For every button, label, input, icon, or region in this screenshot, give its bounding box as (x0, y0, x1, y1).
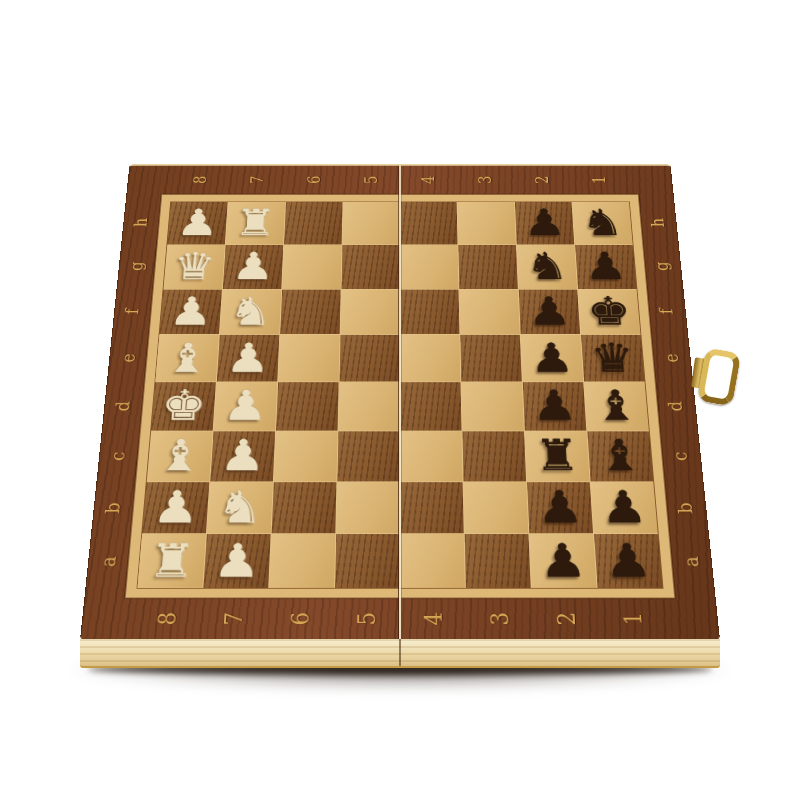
square-d6[interactable] (276, 382, 338, 430)
square-b5[interactable] (336, 482, 400, 534)
square-g1[interactable]: ♟ (575, 245, 636, 289)
fold-seam (398, 166, 402, 639)
coordinate-label-left-g: g (128, 262, 147, 271)
square-f2[interactable]: ♟ (519, 289, 580, 334)
coordinate-label-bottom-7: 7 (221, 612, 246, 626)
coordinate-label-top-8: 8 (192, 176, 210, 184)
square-h4[interactable] (400, 202, 457, 244)
piece-white-knight-b7[interactable]: ♞ (215, 485, 264, 529)
piece-black-pawn-b1[interactable]: ♟ (599, 485, 649, 529)
piece-white-rook-a8[interactable]: ♜ (146, 538, 197, 584)
square-g2[interactable]: ♞ (517, 245, 577, 289)
square-h8[interactable]: ♟ (167, 202, 227, 244)
coordinate-label-right-h: h (649, 218, 668, 227)
square-h1[interactable]: ♞ (572, 202, 632, 244)
square-f4[interactable] (400, 289, 459, 334)
square-g8[interactable]: ♛ (164, 245, 225, 289)
square-e4[interactable] (400, 335, 460, 382)
piece-black-pawn-a1[interactable]: ♟ (603, 538, 654, 584)
square-b6[interactable] (271, 482, 336, 534)
chess-board-perspective-wrap: 87654321 hgfedcba ♟♜♟♞♛♟♞♟♟♞♟♚♝♟♟♛♚♟♟♝♝♟… (80, 164, 720, 640)
square-a7[interactable]: ♟ (203, 534, 270, 588)
coordinate-label-top-6: 6 (306, 176, 323, 184)
square-d7[interactable]: ♟ (214, 382, 277, 430)
square-a8[interactable]: ♜ (138, 534, 206, 588)
piece-black-king-f1[interactable]: ♚ (586, 292, 632, 331)
piece-black-bishop-c1[interactable]: ♝ (596, 435, 645, 478)
coordinate-label-top-2: 2 (534, 176, 551, 184)
square-g5[interactable] (341, 245, 399, 289)
square-b2[interactable]: ♟ (527, 482, 593, 534)
coordinate-label-left-c: c (109, 451, 130, 460)
coordinate-label-right-e: e (662, 353, 682, 362)
piece-white-pawn-d7[interactable]: ♟ (222, 386, 269, 427)
coordinate-label-top-7: 7 (249, 176, 266, 184)
piece-white-pawn-g7[interactable]: ♟ (231, 248, 276, 285)
square-g6[interactable] (282, 245, 341, 289)
square-f5[interactable] (340, 289, 399, 334)
coordinate-label-top-4: 4 (420, 176, 437, 184)
square-h2[interactable]: ♟ (515, 202, 574, 244)
coordinate-label-right-b: b (676, 502, 697, 513)
square-c3[interactable] (463, 431, 527, 481)
square-d8[interactable]: ♚ (151, 382, 216, 430)
square-e2[interactable]: ♟ (521, 335, 583, 382)
square-d4[interactable] (400, 382, 461, 430)
square-b7[interactable]: ♞ (207, 482, 273, 534)
box-side-seam (399, 639, 401, 666)
square-a2[interactable]: ♟ (530, 534, 597, 588)
square-e8[interactable]: ♝ (155, 335, 218, 382)
coordinate-label-bottom-3: 3 (488, 612, 512, 626)
piece-white-pawn-a7[interactable]: ♟ (212, 538, 262, 584)
square-a5[interactable] (335, 534, 400, 588)
square-f3[interactable] (460, 289, 520, 334)
square-d3[interactable] (462, 382, 524, 430)
piece-white-pawn-h8[interactable]: ♟ (175, 205, 220, 241)
square-d2[interactable]: ♟ (523, 382, 586, 430)
box-side-panel (80, 639, 720, 668)
piece-black-bishop-d1[interactable]: ♝ (592, 386, 640, 427)
square-f8[interactable]: ♟ (160, 289, 222, 334)
piece-white-pawn-e7[interactable]: ♟ (225, 338, 271, 378)
square-h5[interactable] (342, 202, 399, 244)
square-h6[interactable] (284, 202, 342, 244)
square-a4[interactable] (400, 534, 465, 588)
coordinate-label-left-d: d (114, 401, 134, 411)
square-d5[interactable] (338, 382, 399, 430)
piece-white-pawn-c7[interactable]: ♟ (219, 435, 267, 478)
square-e3[interactable] (461, 335, 522, 382)
board-frame: 87654321 hgfedcba ♟♜♟♞♛♟♞♟♟♞♟♚♝♟♟♛♚♟♟♝♝♟… (80, 164, 720, 640)
coordinate-label-left-h: h (132, 218, 151, 227)
piece-black-rook-c2[interactable]: ♜ (533, 435, 581, 478)
piece-white-bishop-c8[interactable]: ♝ (155, 435, 204, 478)
coordinate-label-top-5: 5 (363, 176, 380, 184)
square-a3[interactable] (465, 534, 531, 588)
coordinate-label-left-f: f (123, 309, 142, 315)
coordinate-label-bottom-6: 6 (288, 612, 312, 626)
coordinate-label-bottom-8: 8 (155, 612, 180, 626)
piece-white-queen-g8[interactable]: ♛ (171, 248, 216, 285)
coordinate-label-left-e: e (118, 353, 138, 362)
square-e6[interactable] (278, 335, 339, 382)
square-b4[interactable] (400, 482, 464, 534)
square-f6[interactable] (280, 289, 340, 334)
coordinate-label-right-d: d (666, 401, 686, 411)
square-c2[interactable]: ♜ (525, 431, 590, 481)
square-a6[interactable] (269, 534, 335, 588)
square-g4[interactable] (400, 245, 458, 289)
piece-black-knight-g2[interactable]: ♞ (525, 248, 570, 285)
piece-white-bishop-e8[interactable]: ♝ (164, 338, 211, 378)
coordinate-label-right-c: c (671, 451, 692, 460)
square-g3[interactable] (459, 245, 518, 289)
piece-white-pawn-b8[interactable]: ♟ (151, 485, 201, 529)
square-h7[interactable]: ♜ (226, 202, 285, 244)
coordinate-label-right-g: g (653, 262, 672, 271)
square-c8[interactable]: ♝ (147, 431, 213, 481)
square-e7[interactable]: ♟ (217, 335, 279, 382)
coordinate-label-bottom-1: 1 (620, 612, 645, 626)
coordinate-label-top-1: 1 (591, 176, 609, 184)
square-c1[interactable]: ♝ (587, 431, 653, 481)
piece-black-knight-h1[interactable]: ♞ (580, 205, 625, 241)
piece-black-queen-e1[interactable]: ♛ (589, 338, 636, 378)
square-b1[interactable]: ♟ (591, 482, 658, 534)
coordinate-label-bottom-5: 5 (355, 612, 379, 626)
piece-black-pawn-g1[interactable]: ♟ (583, 248, 628, 285)
square-f7[interactable]: ♞ (220, 289, 281, 334)
square-b8[interactable]: ♟ (142, 482, 209, 534)
square-b3[interactable] (464, 482, 529, 534)
coordinate-label-top-3: 3 (477, 176, 494, 184)
coordinate-label-right-a: a (681, 556, 703, 567)
piece-white-rook-h7[interactable]: ♜ (233, 205, 277, 241)
square-e5[interactable] (339, 335, 399, 382)
coordinate-label-bottom-2: 2 (554, 612, 579, 626)
piece-white-king-d8[interactable]: ♚ (160, 386, 208, 427)
piece-white-knight-f7[interactable]: ♞ (228, 292, 273, 331)
square-d1[interactable]: ♝ (584, 382, 649, 430)
coordinate-label-bottom-4: 4 (421, 612, 445, 626)
product-photo-scene: 87654321 hgfedcba ♟♜♟♞♛♟♞♟♟♞♟♚♝♟♟♛♚♟♟♝♝♟… (0, 0, 800, 800)
square-c4[interactable] (400, 431, 462, 481)
piece-black-pawn-d2[interactable]: ♟ (531, 386, 578, 427)
square-f1[interactable]: ♚ (578, 289, 640, 334)
piece-black-pawn-h2[interactable]: ♟ (523, 205, 567, 241)
piece-black-pawn-f2[interactable]: ♟ (527, 292, 572, 331)
piece-white-pawn-f8[interactable]: ♟ (168, 292, 214, 331)
coordinate-label-left-a: a (98, 556, 120, 567)
piece-black-pawn-e2[interactable]: ♟ (529, 338, 575, 378)
square-c5[interactable] (337, 431, 399, 481)
coordinate-label-left-b: b (103, 502, 124, 513)
coordinate-label-right-f: f (657, 309, 676, 315)
clasp-ring[interactable] (697, 347, 742, 406)
square-c7[interactable]: ♟ (210, 431, 275, 481)
square-h3[interactable] (458, 202, 516, 244)
square-c6[interactable] (274, 431, 338, 481)
piece-black-pawn-b2[interactable]: ♟ (536, 485, 585, 529)
piece-black-pawn-a2[interactable]: ♟ (538, 538, 588, 584)
square-a1[interactable]: ♟ (594, 534, 662, 588)
square-e1[interactable]: ♛ (581, 335, 644, 382)
square-g7[interactable]: ♟ (223, 245, 283, 289)
